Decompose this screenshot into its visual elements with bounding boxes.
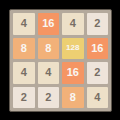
tile-r4c2: 2 (38, 87, 60, 109)
tile-r4c3: 8 (62, 87, 84, 109)
tile-r2c2: 8 (38, 38, 60, 60)
tile-r2c1: 8 (13, 38, 35, 60)
game-board-2048[interactable]: 416428812816441622284 (9, 9, 112, 112)
tile-r4c4: 4 (87, 87, 109, 109)
tile-r1c4: 2 (87, 13, 109, 35)
tile-r2c4: 16 (87, 38, 109, 60)
tile-r3c3: 16 (62, 62, 84, 84)
tile-r1c3: 4 (62, 13, 84, 35)
tile-r1c2: 16 (38, 13, 60, 35)
tile-r1c1: 4 (13, 13, 35, 35)
tile-r4c1: 2 (13, 87, 35, 109)
tile-r3c4: 2 (87, 62, 109, 84)
tile-r3c1: 4 (13, 62, 35, 84)
tile-r2c3: 128 (62, 38, 84, 60)
tile-r3c2: 4 (38, 62, 60, 84)
